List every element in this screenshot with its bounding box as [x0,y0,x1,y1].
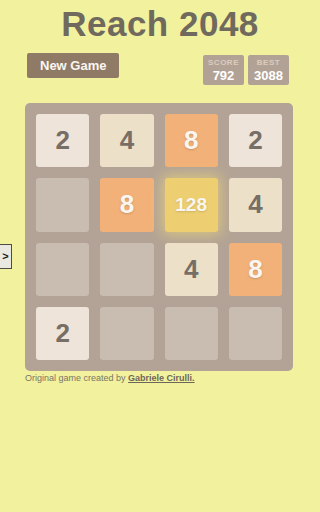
score-label: SCORE [208,58,239,67]
chevron-right-icon: > [2,251,8,262]
game-board[interactable]: 248281284482 [25,103,293,371]
tile-4: 4 [100,114,153,167]
tile-2: 2 [229,114,282,167]
empty-cell [100,243,153,296]
tile-8: 8 [165,114,218,167]
drawer-handle[interactable]: > [0,244,12,269]
app-title: Reach 2048 [0,0,320,47]
tile-4: 4 [165,243,218,296]
tile-128: 128 [165,178,218,231]
credit-text: Original game created by [25,373,128,383]
empty-cell [229,307,282,360]
page-root: { "app": { "title": "Reach 2048" }, "gam… [0,0,320,512]
tile-4: 4 [229,178,282,231]
best-box: BEST 3088 [248,55,289,85]
footer-credit: Original game created by Gabriele Cirull… [25,373,195,383]
empty-cell [36,243,89,296]
best-label: BEST [257,58,280,67]
score-value: 792 [213,68,235,83]
empty-cell [100,307,153,360]
empty-cell [36,178,89,231]
tile-2: 2 [36,307,89,360]
empty-cell [165,307,218,360]
new-game-button[interactable]: New Game [27,53,119,78]
tile-8: 8 [229,243,282,296]
score-panel: SCORE 792 BEST 3088 [203,55,289,85]
tile-8: 8 [100,178,153,231]
best-value: 3088 [254,68,283,83]
score-box: SCORE 792 [203,55,244,85]
credit-link[interactable]: Gabriele Cirulli. [128,373,195,383]
tile-2: 2 [36,114,89,167]
